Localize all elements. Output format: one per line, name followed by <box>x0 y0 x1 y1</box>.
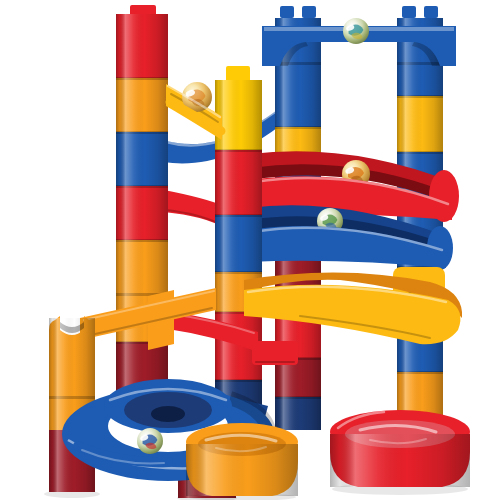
track-red-link-mid <box>252 341 298 365</box>
track-upper-yellow <box>166 82 222 140</box>
stud <box>280 6 294 18</box>
marble-run-photo: Marble run construction toy of stacked r… <box>0 0 500 500</box>
funnel-hole <box>151 406 185 422</box>
dish-orange <box>186 423 298 500</box>
glass-marble-funnel <box>137 428 163 454</box>
stud <box>226 66 250 82</box>
stud <box>402 6 416 18</box>
dish-red-base <box>330 410 470 495</box>
stud <box>302 6 316 18</box>
stud <box>424 6 438 18</box>
glass-marble-bridge <box>343 18 369 44</box>
product-photo-canvas: Marble run construction toy of stacked r… <box>0 0 500 500</box>
